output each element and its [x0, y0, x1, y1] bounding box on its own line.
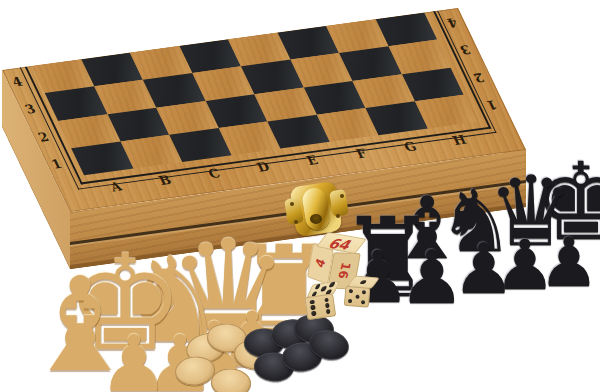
die-pip	[360, 280, 367, 284]
chess-set-photo: 44332211ABCDEFGH ♜♛♞♚♝♟♟♟♟ ♚♛♞♝♜♟♟♟♟♟ 4 …	[0, 0, 600, 392]
file-label-a: A	[102, 180, 129, 195]
die-pip	[361, 300, 366, 305]
file-label-c: C	[200, 166, 227, 181]
rank-label-right-2: 2	[468, 70, 489, 84]
die-pip	[310, 299, 315, 304]
rank-label-left-2: 2	[33, 130, 54, 144]
die-pip	[310, 305, 315, 310]
wooden-die	[302, 281, 343, 322]
die-pip	[329, 282, 336, 288]
die-pip	[362, 290, 367, 295]
file-label-h: H	[446, 133, 473, 148]
die-pip	[355, 294, 360, 299]
file-label-e: E	[299, 153, 326, 168]
file-label-d: D	[249, 159, 276, 174]
wooden-die	[343, 275, 378, 310]
file-label-b: B	[151, 173, 178, 188]
file-label-f: F	[348, 146, 375, 161]
rank-label-right-3: 3	[455, 43, 476, 57]
clasp-screw	[290, 202, 294, 206]
rank-label-right-4: 4	[442, 16, 463, 30]
rank-label-left-3: 3	[20, 102, 41, 116]
die-pip	[325, 303, 330, 308]
rank-label-right-1: 1	[481, 98, 502, 112]
rank-label-left-1: 1	[46, 157, 67, 171]
die-pip	[311, 311, 316, 316]
file-label-g: G	[397, 139, 424, 154]
rank-label-left-4: 4	[6, 75, 27, 89]
die-pip	[324, 297, 329, 302]
die-pip	[349, 289, 354, 294]
die-face-5	[344, 286, 371, 308]
doubling-cube-left-value: 4	[311, 250, 330, 277]
die-face-6	[305, 294, 336, 320]
die-pip	[326, 309, 331, 314]
die-pip	[348, 299, 353, 304]
white-pawn: ♟	[99, 325, 169, 392]
